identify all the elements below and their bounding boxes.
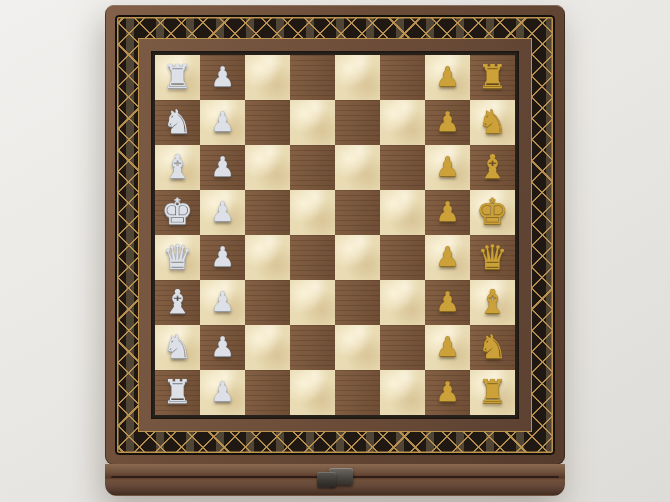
latch-hook-icon — [317, 472, 336, 487]
square-d3[interactable] — [245, 235, 290, 280]
silver-pawn-piece[interactable]: ♟ — [210, 378, 234, 405]
square-a3[interactable] — [245, 370, 290, 415]
square-a6[interactable] — [380, 370, 425, 415]
square-a5[interactable] — [335, 370, 380, 415]
square-g3[interactable] — [245, 100, 290, 145]
square-e8[interactable]: ♚ — [470, 190, 515, 235]
silver-bishop-piece[interactable]: ♝ — [163, 285, 193, 318]
square-c5[interactable] — [335, 280, 380, 325]
gold-pawn-piece[interactable]: ♟ — [435, 153, 459, 180]
studio-backdrop: ♜♟♟♜♞♟♟♞♝♟♟♝♚♟♟♚♛♟♟♛♝♟♟♝♞♟♟♞♜♟♟♜ — [0, 0, 670, 502]
square-d1[interactable]: ♛ — [155, 235, 200, 280]
square-f1[interactable]: ♝ — [155, 145, 200, 190]
square-c2[interactable]: ♟ — [200, 280, 245, 325]
gold-rook-piece[interactable]: ♜ — [478, 60, 508, 93]
board-outer-wood-frame: ♜♟♟♜♞♟♟♞♝♟♟♝♚♟♟♚♛♟♟♛♝♟♟♝♞♟♟♞♜♟♟♜ — [105, 5, 565, 465]
box-front-face — [105, 464, 565, 496]
silver-bishop-piece[interactable]: ♝ — [163, 150, 193, 183]
square-h4[interactable] — [290, 55, 335, 100]
square-c3[interactable] — [245, 280, 290, 325]
square-c6[interactable] — [380, 280, 425, 325]
square-h6[interactable] — [380, 55, 425, 100]
square-f8[interactable]: ♝ — [470, 145, 515, 190]
silver-knight-piece[interactable]: ♞ — [163, 330, 193, 363]
square-a8[interactable]: ♜ — [470, 370, 515, 415]
square-g7[interactable]: ♟ — [425, 100, 470, 145]
silver-pawn-piece[interactable]: ♟ — [210, 243, 234, 270]
square-h2[interactable]: ♟ — [200, 55, 245, 100]
gold-bishop-piece[interactable]: ♝ — [478, 285, 508, 318]
gold-pawn-piece[interactable]: ♟ — [435, 288, 459, 315]
chess-box: ♜♟♟♜♞♟♟♞♝♟♟♝♚♟♟♚♛♟♟♛♝♟♟♝♞♟♟♞♜♟♟♜ — [105, 5, 565, 496]
gold-pawn-piece[interactable]: ♟ — [435, 198, 459, 225]
silver-rook-piece[interactable]: ♜ — [163, 375, 193, 408]
square-d2[interactable]: ♟ — [200, 235, 245, 280]
diamond-inlay-border: ♜♟♟♜♞♟♟♞♝♟♟♝♚♟♟♚♛♟♟♛♝♟♟♝♞♟♟♞♜♟♟♜ — [115, 15, 555, 455]
square-h1[interactable]: ♜ — [155, 55, 200, 100]
walnut-inner-frame: ♜♟♟♜♞♟♟♞♝♟♟♝♚♟♟♚♛♟♟♛♝♟♟♝♞♟♟♞♜♟♟♜ — [139, 39, 531, 431]
silver-pawn-piece[interactable]: ♟ — [210, 108, 234, 135]
gold-pawn-piece[interactable]: ♟ — [435, 378, 459, 405]
square-c4[interactable] — [290, 280, 335, 325]
square-g8[interactable]: ♞ — [470, 100, 515, 145]
square-c7[interactable]: ♟ — [425, 280, 470, 325]
silver-pawn-piece[interactable]: ♟ — [210, 153, 234, 180]
square-d5[interactable] — [335, 235, 380, 280]
square-e1[interactable]: ♚ — [155, 190, 200, 235]
gold-pawn-piece[interactable]: ♟ — [435, 63, 459, 90]
gold-pawn-piece[interactable]: ♟ — [435, 243, 459, 270]
square-g1[interactable]: ♞ — [155, 100, 200, 145]
square-d8[interactable]: ♛ — [470, 235, 515, 280]
square-e4[interactable] — [290, 190, 335, 235]
square-e3[interactable] — [245, 190, 290, 235]
silver-pawn-piece[interactable]: ♟ — [210, 63, 234, 90]
square-g5[interactable] — [335, 100, 380, 145]
square-f5[interactable] — [335, 145, 380, 190]
square-b8[interactable]: ♞ — [470, 325, 515, 370]
square-e7[interactable]: ♟ — [425, 190, 470, 235]
gold-pawn-piece[interactable]: ♟ — [435, 333, 459, 360]
square-h3[interactable] — [245, 55, 290, 100]
square-f7[interactable]: ♟ — [425, 145, 470, 190]
clasp-latch[interactable] — [315, 467, 355, 491]
square-d4[interactable] — [290, 235, 335, 280]
silver-pawn-piece[interactable]: ♟ — [210, 333, 234, 360]
square-b4[interactable] — [290, 325, 335, 370]
gold-knight-piece[interactable]: ♞ — [478, 105, 508, 138]
square-f2[interactable]: ♟ — [200, 145, 245, 190]
square-d7[interactable]: ♟ — [425, 235, 470, 280]
square-b1[interactable]: ♞ — [155, 325, 200, 370]
silver-pawn-piece[interactable]: ♟ — [210, 288, 234, 315]
square-g6[interactable] — [380, 100, 425, 145]
square-f6[interactable] — [380, 145, 425, 190]
square-h7[interactable]: ♟ — [425, 55, 470, 100]
silver-queen-piece[interactable]: ♛ — [162, 240, 192, 274]
square-c8[interactable]: ♝ — [470, 280, 515, 325]
square-a7[interactable]: ♟ — [425, 370, 470, 415]
chess-board: ♜♟♟♜♞♟♟♞♝♟♟♝♚♟♟♚♛♟♟♛♝♟♟♝♞♟♟♞♜♟♟♜ — [155, 55, 515, 415]
square-b6[interactable] — [380, 325, 425, 370]
square-a1[interactable]: ♜ — [155, 370, 200, 415]
gold-queen-piece[interactable]: ♛ — [477, 240, 507, 274]
gold-knight-piece[interactable]: ♞ — [478, 330, 508, 363]
square-c1[interactable]: ♝ — [155, 280, 200, 325]
silver-rook-piece[interactable]: ♜ — [163, 60, 193, 93]
square-f4[interactable] — [290, 145, 335, 190]
gold-bishop-piece[interactable]: ♝ — [478, 150, 508, 183]
silver-king-piece[interactable]: ♚ — [161, 194, 193, 230]
square-a4[interactable] — [290, 370, 335, 415]
square-b3[interactable] — [245, 325, 290, 370]
silver-pawn-piece[interactable]: ♟ — [210, 198, 234, 225]
square-g4[interactable] — [290, 100, 335, 145]
gold-rook-piece[interactable]: ♜ — [478, 375, 508, 408]
square-e6[interactable] — [380, 190, 425, 235]
square-d6[interactable] — [380, 235, 425, 280]
square-g2[interactable]: ♟ — [200, 100, 245, 145]
square-b2[interactable]: ♟ — [200, 325, 245, 370]
silver-knight-piece[interactable]: ♞ — [163, 105, 193, 138]
square-h8[interactable]: ♜ — [470, 55, 515, 100]
gold-king-piece[interactable]: ♚ — [476, 194, 508, 230]
square-b5[interactable] — [335, 325, 380, 370]
board-inner-edging: ♜♟♟♜♞♟♟♞♝♟♟♝♚♟♟♚♛♟♟♛♝♟♟♝♞♟♟♞♜♟♟♜ — [151, 51, 519, 419]
square-h5[interactable] — [335, 55, 380, 100]
gold-pawn-piece[interactable]: ♟ — [435, 108, 459, 135]
square-b7[interactable]: ♟ — [425, 325, 470, 370]
square-e2[interactable]: ♟ — [200, 190, 245, 235]
square-a2[interactable]: ♟ — [200, 370, 245, 415]
square-e5[interactable] — [335, 190, 380, 235]
square-f3[interactable] — [245, 145, 290, 190]
